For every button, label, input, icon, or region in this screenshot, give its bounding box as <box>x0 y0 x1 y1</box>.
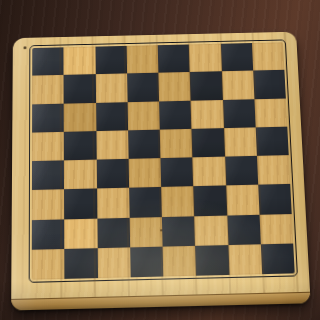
board-square[interactable] <box>64 74 96 103</box>
board-square[interactable] <box>261 243 295 274</box>
board-grid <box>32 42 295 279</box>
board-square[interactable] <box>191 100 224 129</box>
board-square[interactable] <box>32 160 64 190</box>
board-square[interactable] <box>96 130 128 159</box>
board-square[interactable] <box>32 103 64 132</box>
board-square[interactable] <box>126 45 158 73</box>
board-square[interactable] <box>130 246 163 277</box>
board-square[interactable] <box>259 214 293 245</box>
board-square[interactable] <box>97 247 130 278</box>
board-square[interactable] <box>64 47 96 75</box>
board-square[interactable] <box>97 217 130 248</box>
board-square[interactable] <box>162 216 195 247</box>
chess-board <box>11 32 310 311</box>
board-square[interactable] <box>226 185 260 215</box>
board-square[interactable] <box>193 157 226 187</box>
board-square[interactable] <box>128 158 161 188</box>
board-square[interactable] <box>190 71 223 100</box>
board-square[interactable] <box>224 127 257 156</box>
board-square[interactable] <box>163 246 197 277</box>
board-square[interactable] <box>252 42 285 70</box>
board-square[interactable] <box>95 74 127 103</box>
board-square[interactable] <box>192 128 225 157</box>
board-square[interactable] <box>32 249 65 280</box>
table-surface <box>0 0 320 320</box>
board-square[interactable] <box>158 72 190 101</box>
board-square[interactable] <box>128 129 161 158</box>
board-square[interactable] <box>221 71 254 100</box>
board-square[interactable] <box>193 186 226 216</box>
board-square[interactable] <box>64 189 97 219</box>
board-square[interactable] <box>95 46 127 74</box>
board-square[interactable] <box>227 214 261 245</box>
board-square[interactable] <box>97 188 130 218</box>
board-square[interactable] <box>194 215 228 246</box>
board-square[interactable] <box>64 160 96 190</box>
board-square[interactable] <box>160 129 193 158</box>
board-square[interactable] <box>129 187 162 217</box>
board-pinstripe-border <box>29 39 298 282</box>
board-square[interactable] <box>255 126 288 155</box>
board-square[interactable] <box>158 44 190 72</box>
board-square[interactable] <box>96 102 128 131</box>
board-square[interactable] <box>32 219 65 250</box>
board-square[interactable] <box>129 217 162 248</box>
board-square[interactable] <box>64 218 97 249</box>
board-square[interactable] <box>228 244 262 275</box>
board-square[interactable] <box>65 248 98 279</box>
board-square[interactable] <box>220 43 253 71</box>
board-square[interactable] <box>32 189 65 219</box>
board-square[interactable] <box>127 101 159 130</box>
board-square[interactable] <box>64 131 96 160</box>
board-bottom-edge <box>11 292 310 311</box>
board-square[interactable] <box>32 47 64 75</box>
board-square[interactable] <box>253 70 286 99</box>
wood-speck <box>160 229 162 231</box>
board-square[interactable] <box>222 99 255 128</box>
board-square[interactable] <box>161 186 194 216</box>
board-square[interactable] <box>127 73 159 102</box>
board-square[interactable] <box>189 44 221 72</box>
wood-knot <box>24 46 27 49</box>
board-square[interactable] <box>32 75 64 104</box>
board-square[interactable] <box>254 98 287 127</box>
board-square[interactable] <box>159 100 192 129</box>
board-square[interactable] <box>225 156 258 186</box>
board-square[interactable] <box>258 184 292 214</box>
board-square[interactable] <box>257 155 291 185</box>
board-square[interactable] <box>160 157 193 187</box>
board-square[interactable] <box>96 159 129 189</box>
board-square[interactable] <box>32 132 64 162</box>
board-square[interactable] <box>64 102 96 131</box>
board-square[interactable] <box>195 245 229 276</box>
